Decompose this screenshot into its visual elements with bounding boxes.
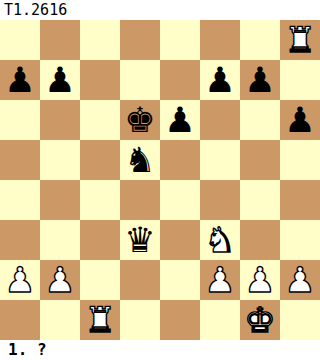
square-h8[interactable]: ♜ <box>280 20 320 60</box>
square-b4[interactable] <box>40 180 80 220</box>
black-pawn-piece[interactable]: ♟ <box>204 60 235 100</box>
square-c8[interactable] <box>80 20 120 60</box>
square-e1[interactable] <box>160 300 200 340</box>
square-g2[interactable]: ♟ <box>240 260 280 300</box>
square-g3[interactable] <box>240 220 280 260</box>
white-pawn-piece[interactable]: ♟ <box>244 260 275 300</box>
square-f2[interactable]: ♟ <box>200 260 240 300</box>
square-a3[interactable] <box>0 220 40 260</box>
move-prompt: 1. ? <box>8 340 47 360</box>
square-h4[interactable] <box>280 180 320 220</box>
square-a1[interactable] <box>0 300 40 340</box>
status-bar: 1. ? <box>0 340 320 360</box>
square-f1[interactable] <box>200 300 240 340</box>
white-knight-piece[interactable]: ♞ <box>204 220 235 260</box>
square-c4[interactable] <box>80 180 120 220</box>
black-pawn-piece[interactable]: ♟ <box>164 100 195 140</box>
square-h1[interactable] <box>280 300 320 340</box>
white-pawn-piece[interactable]: ♟ <box>284 260 315 300</box>
black-pawn-piece[interactable]: ♟ <box>244 60 275 100</box>
square-d4[interactable] <box>120 180 160 220</box>
square-d8[interactable] <box>120 20 160 60</box>
square-d1[interactable] <box>120 300 160 340</box>
puzzle-title: T1.2616 <box>4 0 67 20</box>
square-b7[interactable]: ♟ <box>40 60 80 100</box>
square-e8[interactable] <box>160 20 200 60</box>
white-pawn-piece[interactable]: ♟ <box>4 260 35 300</box>
square-b1[interactable] <box>40 300 80 340</box>
square-g5[interactable] <box>240 140 280 180</box>
black-knight-piece[interactable]: ♞ <box>124 140 155 180</box>
white-pawn-piece[interactable]: ♟ <box>44 260 75 300</box>
square-c1[interactable]: ♜ <box>80 300 120 340</box>
square-e3[interactable] <box>160 220 200 260</box>
square-c7[interactable] <box>80 60 120 100</box>
square-a4[interactable] <box>0 180 40 220</box>
square-c2[interactable] <box>80 260 120 300</box>
title-bar: T1.2616 <box>0 0 320 20</box>
square-a6[interactable] <box>0 100 40 140</box>
square-d7[interactable] <box>120 60 160 100</box>
square-e4[interactable] <box>160 180 200 220</box>
square-b8[interactable] <box>40 20 80 60</box>
black-queen-piece[interactable]: ♛ <box>124 220 155 260</box>
square-a7[interactable]: ♟ <box>0 60 40 100</box>
chess-puzzle-app: T1.2616 ♜♟♟♟♟♚♟♟♞♛♞♟♟♟♟♟♜♚ 1. ? <box>0 0 320 360</box>
black-king-piece[interactable]: ♚ <box>124 100 155 140</box>
square-c3[interactable] <box>80 220 120 260</box>
square-c6[interactable] <box>80 100 120 140</box>
square-d6[interactable]: ♚ <box>120 100 160 140</box>
square-f4[interactable] <box>200 180 240 220</box>
square-b6[interactable] <box>40 100 80 140</box>
square-h7[interactable] <box>280 60 320 100</box>
square-e7[interactable] <box>160 60 200 100</box>
square-g6[interactable] <box>240 100 280 140</box>
square-b5[interactable] <box>40 140 80 180</box>
square-f7[interactable]: ♟ <box>200 60 240 100</box>
black-pawn-piece[interactable]: ♟ <box>44 60 75 100</box>
square-f8[interactable] <box>200 20 240 60</box>
square-d2[interactable] <box>120 260 160 300</box>
square-h6[interactable]: ♟ <box>280 100 320 140</box>
white-pawn-piece[interactable]: ♟ <box>204 260 235 300</box>
chess-board: ♜♟♟♟♟♚♟♟♞♛♞♟♟♟♟♟♜♚ <box>0 20 320 340</box>
square-b2[interactable]: ♟ <box>40 260 80 300</box>
square-h2[interactable]: ♟ <box>280 260 320 300</box>
square-f3[interactable]: ♞ <box>200 220 240 260</box>
black-pawn-piece[interactable]: ♟ <box>284 100 315 140</box>
white-rook-piece[interactable]: ♜ <box>84 300 115 340</box>
square-f6[interactable] <box>200 100 240 140</box>
white-king-piece[interactable]: ♚ <box>244 300 275 340</box>
square-g7[interactable]: ♟ <box>240 60 280 100</box>
square-f5[interactable] <box>200 140 240 180</box>
square-a8[interactable] <box>0 20 40 60</box>
square-g8[interactable] <box>240 20 280 60</box>
square-d3[interactable]: ♛ <box>120 220 160 260</box>
square-c5[interactable] <box>80 140 120 180</box>
square-b3[interactable] <box>40 220 80 260</box>
square-e2[interactable] <box>160 260 200 300</box>
black-pawn-piece[interactable]: ♟ <box>4 60 35 100</box>
square-a5[interactable] <box>0 140 40 180</box>
square-g1[interactable]: ♚ <box>240 300 280 340</box>
square-h5[interactable] <box>280 140 320 180</box>
square-e5[interactable] <box>160 140 200 180</box>
square-a2[interactable]: ♟ <box>0 260 40 300</box>
white-rook-piece[interactable]: ♜ <box>284 20 315 60</box>
square-h3[interactable] <box>280 220 320 260</box>
square-e6[interactable]: ♟ <box>160 100 200 140</box>
square-g4[interactable] <box>240 180 280 220</box>
square-d5[interactable]: ♞ <box>120 140 160 180</box>
